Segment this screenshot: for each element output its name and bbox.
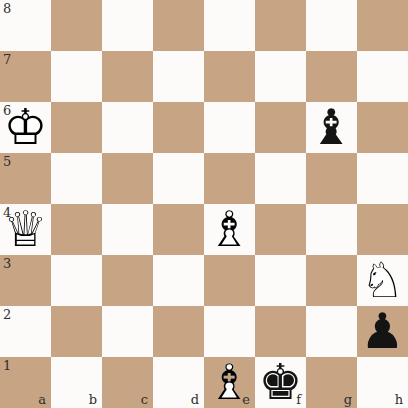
- white-knight-outline-glyph: ♘: [357, 255, 408, 306]
- square-f5[interactable]: [255, 153, 306, 204]
- square-a2[interactable]: 2: [0, 306, 51, 357]
- square-h8[interactable]: [357, 0, 408, 51]
- square-f3[interactable]: [255, 255, 306, 306]
- rank-label-7: 7: [3, 53, 11, 66]
- white-bishop-e1: ♝♗: [204, 357, 255, 408]
- file-label-g: g: [344, 393, 352, 406]
- white-king-outline-glyph: ♔: [0, 102, 51, 153]
- square-g1[interactable]: g: [306, 357, 357, 408]
- square-e5[interactable]: [204, 153, 255, 204]
- white-queen-a4: ♛♕: [0, 204, 51, 255]
- square-e2[interactable]: [204, 306, 255, 357]
- square-a6[interactable]: 6♚♔: [0, 102, 51, 153]
- square-f4[interactable]: [255, 204, 306, 255]
- black-pawn-h2: ♟: [357, 306, 408, 357]
- rank-label-2: 2: [3, 308, 11, 321]
- file-label-a: a: [38, 393, 46, 406]
- square-c3[interactable]: [102, 255, 153, 306]
- square-c4[interactable]: [102, 204, 153, 255]
- square-h5[interactable]: [357, 153, 408, 204]
- square-d8[interactable]: [153, 0, 204, 51]
- square-d3[interactable]: [153, 255, 204, 306]
- file-label-d: d: [191, 393, 199, 406]
- square-g4[interactable]: [306, 204, 357, 255]
- square-h3[interactable]: ♞♘: [357, 255, 408, 306]
- square-f7[interactable]: [255, 51, 306, 102]
- square-h1[interactable]: h: [357, 357, 408, 408]
- white-king-a6: ♚♔: [0, 102, 51, 153]
- chess-board: 876♚♔♝54♛♕♝♗3♞♘2♟1abcde♝♗f♚gh: [0, 0, 408, 408]
- white-queen-outline-glyph: ♕: [0, 204, 51, 255]
- square-h4[interactable]: [357, 204, 408, 255]
- file-label-h: h: [395, 393, 403, 406]
- square-c6[interactable]: [102, 102, 153, 153]
- black-pawn-fill-glyph: ♟: [357, 306, 408, 357]
- square-c5[interactable]: [102, 153, 153, 204]
- square-c7[interactable]: [102, 51, 153, 102]
- square-e8[interactable]: [204, 0, 255, 51]
- square-b8[interactable]: [51, 0, 102, 51]
- square-c2[interactable]: [102, 306, 153, 357]
- square-f1[interactable]: f♚: [255, 357, 306, 408]
- square-d2[interactable]: [153, 306, 204, 357]
- square-c8[interactable]: [102, 0, 153, 51]
- white-knight-h3: ♞♘: [357, 255, 408, 306]
- white-bishop-e4: ♝♗: [204, 204, 255, 255]
- square-c1[interactable]: c: [102, 357, 153, 408]
- square-e3[interactable]: [204, 255, 255, 306]
- square-f8[interactable]: [255, 0, 306, 51]
- square-g8[interactable]: [306, 0, 357, 51]
- black-bishop-fill-glyph: ♝: [306, 102, 357, 153]
- square-f6[interactable]: [255, 102, 306, 153]
- rank-label-5: 5: [3, 155, 11, 168]
- square-g3[interactable]: [306, 255, 357, 306]
- square-h7[interactable]: [357, 51, 408, 102]
- square-b2[interactable]: [51, 306, 102, 357]
- file-label-c: c: [141, 393, 148, 406]
- square-d7[interactable]: [153, 51, 204, 102]
- square-g7[interactable]: [306, 51, 357, 102]
- white-bishop-outline-glyph: ♗: [204, 357, 255, 408]
- square-a1[interactable]: 1a: [0, 357, 51, 408]
- square-f2[interactable]: [255, 306, 306, 357]
- square-b1[interactable]: b: [51, 357, 102, 408]
- square-a4[interactable]: 4♛♕: [0, 204, 51, 255]
- square-b4[interactable]: [51, 204, 102, 255]
- square-d1[interactable]: d: [153, 357, 204, 408]
- square-e7[interactable]: [204, 51, 255, 102]
- square-b3[interactable]: [51, 255, 102, 306]
- square-e6[interactable]: [204, 102, 255, 153]
- black-king-f1: ♚: [255, 357, 306, 408]
- square-h2[interactable]: ♟: [357, 306, 408, 357]
- rank-label-1: 1: [3, 359, 11, 372]
- square-a7[interactable]: 7: [0, 51, 51, 102]
- square-a8[interactable]: 8: [0, 0, 51, 51]
- square-g6[interactable]: ♝: [306, 102, 357, 153]
- black-king-fill-glyph: ♚: [255, 357, 306, 408]
- square-e1[interactable]: e♝♗: [204, 357, 255, 408]
- square-b5[interactable]: [51, 153, 102, 204]
- white-bishop-outline-glyph: ♗: [204, 204, 255, 255]
- square-d4[interactable]: [153, 204, 204, 255]
- square-a3[interactable]: 3: [0, 255, 51, 306]
- square-b6[interactable]: [51, 102, 102, 153]
- black-bishop-g6: ♝: [306, 102, 357, 153]
- square-g5[interactable]: [306, 153, 357, 204]
- rank-label-3: 3: [3, 257, 11, 270]
- square-a5[interactable]: 5: [0, 153, 51, 204]
- file-label-b: b: [89, 393, 97, 406]
- square-h6[interactable]: [357, 102, 408, 153]
- rank-label-8: 8: [3, 2, 11, 15]
- square-d6[interactable]: [153, 102, 204, 153]
- square-g2[interactable]: [306, 306, 357, 357]
- square-b7[interactable]: [51, 51, 102, 102]
- square-d5[interactable]: [153, 153, 204, 204]
- square-e4[interactable]: ♝♗: [204, 204, 255, 255]
